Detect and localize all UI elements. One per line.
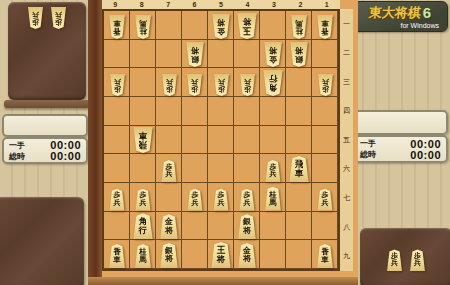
shogi-piece-銀将[interactable]: 銀将 <box>289 42 309 67</box>
square-9-8[interactable] <box>104 212 130 241</box>
left-move-label: 一手 <box>9 140 25 151</box>
piece-at-2-1: 桂馬 <box>286 11 312 40</box>
file-label-1: 1 <box>314 0 340 9</box>
left-clock: 一手 00:00 総時 00:00 <box>2 137 88 164</box>
square-5-8[interactable] <box>208 212 234 241</box>
piece-at-4-1: 玉将 <box>234 11 260 40</box>
square-2-3[interactable] <box>286 68 312 97</box>
shogi-piece-香車[interactable]: 香車 <box>108 15 126 39</box>
left-total-time: 00:00 <box>50 150 81 162</box>
file-label-2: 2 <box>287 0 313 9</box>
square-9-5[interactable] <box>104 126 130 155</box>
square-7-7[interactable] <box>156 183 182 212</box>
square-6-4[interactable] <box>182 97 208 126</box>
shogi-piece-金将[interactable]: 金将 <box>211 14 231 39</box>
piece-at-3-3: 角行 <box>260 68 286 97</box>
left-total-label: 総時 <box>9 151 25 162</box>
square-5-4[interactable] <box>208 97 234 126</box>
file-label-3: 3 <box>261 0 287 9</box>
square-6-1[interactable] <box>182 11 208 40</box>
square-1-4[interactable] <box>312 97 338 126</box>
app-logo-version: 6 <box>423 4 431 21</box>
square-2-5[interactable] <box>286 126 312 155</box>
square-5-6[interactable] <box>208 154 234 183</box>
shogi-piece-歩兵[interactable]: 歩兵 <box>161 160 178 182</box>
board-grid: 香車桂馬金将玉将桂馬香車銀将金将銀将歩兵歩兵歩兵歩兵歩兵角行歩兵飛車歩兵歩兵飛車… <box>102 9 340 271</box>
shogi-piece-歩兵[interactable]: 歩兵 <box>27 7 44 29</box>
square-9-6[interactable] <box>104 154 130 183</box>
shogi-piece-歩兵[interactable]: 歩兵 <box>109 189 126 211</box>
piece-at-5-1: 金将 <box>208 11 234 40</box>
rank-label-1: 一 <box>340 9 353 38</box>
right-total-time: 00:00 <box>410 149 441 161</box>
sente-komadai: 歩兵歩兵 <box>360 228 450 285</box>
rank-label-4: 四 <box>340 96 353 125</box>
right-clock: 一手 00:00 総時 00:00 <box>353 135 448 163</box>
square-4-2[interactable] <box>234 40 260 69</box>
shogi-piece-金将[interactable]: 金将 <box>159 214 179 239</box>
shogi-piece-金将[interactable]: 金将 <box>237 243 257 268</box>
rank-label-5: 五 <box>340 125 353 154</box>
file-label-9: 9 <box>102 0 128 9</box>
piece-at-4-7: 歩兵 <box>234 183 260 212</box>
piece-at-5-9: 王将 <box>208 240 234 269</box>
piece-at-5-7: 歩兵 <box>208 183 234 212</box>
shogi-piece-香車[interactable]: 香車 <box>108 244 126 268</box>
piece-at-6-7: 歩兵 <box>182 183 208 212</box>
square-1-5[interactable] <box>312 126 338 155</box>
piece-at-3-7: 桂馬 <box>260 183 286 212</box>
piece-at-7-6: 歩兵 <box>156 154 182 183</box>
square-6-9[interactable] <box>182 240 208 269</box>
rank-label-8: 八 <box>340 213 353 242</box>
right-total-label: 総時 <box>360 149 376 160</box>
shogi-piece-歩兵[interactable]: 歩兵 <box>186 189 203 211</box>
file-label-8: 8 <box>128 0 154 9</box>
shogi-piece-香車[interactable]: 香車 <box>316 244 334 268</box>
shogi-piece-桂馬[interactable]: 桂馬 <box>264 187 282 211</box>
piece-at-8-7: 歩兵 <box>130 183 156 212</box>
square-1-8[interactable] <box>312 212 338 241</box>
shogi-piece-香車[interactable]: 香車 <box>316 15 334 39</box>
gote-hand-piece: 歩兵 <box>50 7 67 30</box>
board-bottom-frame <box>88 277 358 285</box>
shogi-piece-王将[interactable]: 王将 <box>210 242 232 268</box>
rank-label-2: 二 <box>340 38 353 67</box>
square-7-2[interactable] <box>156 40 182 69</box>
shogi-piece-歩兵[interactable]: 歩兵 <box>264 160 281 182</box>
shogi-piece-歩兵[interactable]: 歩兵 <box>186 74 203 96</box>
square-1-6[interactable] <box>312 154 338 183</box>
shogi-piece-歩兵[interactable]: 歩兵 <box>317 189 334 211</box>
shogi-piece-桂馬[interactable]: 桂馬 <box>134 15 152 39</box>
shogi-piece-角行[interactable]: 角行 <box>262 70 284 96</box>
square-4-5[interactable] <box>234 126 260 155</box>
file-label-7: 7 <box>155 0 181 9</box>
square-5-2[interactable] <box>208 40 234 69</box>
shogi-piece-飛車[interactable]: 飛車 <box>288 156 310 182</box>
square-1-2[interactable] <box>312 40 338 69</box>
shogi-piece-歩兵[interactable]: 歩兵 <box>239 74 256 96</box>
square-4-6[interactable] <box>234 154 260 183</box>
square-7-5[interactable] <box>156 126 182 155</box>
square-8-3[interactable] <box>130 68 156 97</box>
left-name-plate <box>2 114 88 137</box>
right-move-label: 一手 <box>360 138 376 149</box>
board-left-frame <box>88 0 102 285</box>
piece-at-9-7: 歩兵 <box>104 183 130 212</box>
square-5-5[interactable] <box>208 126 234 155</box>
piece-at-2-2: 銀将 <box>286 40 312 69</box>
shogi-piece-金将[interactable]: 金将 <box>263 42 283 67</box>
shogi-board: 987654321 一二三四五六七八九 香車桂馬金将玉将桂馬香車銀将金将銀将歩兵… <box>88 0 358 285</box>
rank-label-7: 七 <box>340 184 353 213</box>
shogi-piece-歩兵[interactable]: 歩兵 <box>213 74 230 96</box>
shogi-piece-銀将[interactable]: 銀将 <box>159 243 179 268</box>
square-2-7[interactable] <box>286 183 312 212</box>
square-2-9[interactable] <box>286 240 312 269</box>
shogi-piece-玉将[interactable]: 玉将 <box>236 13 258 39</box>
square-7-1[interactable] <box>156 11 182 40</box>
piece-at-1-9: 香車 <box>312 240 338 269</box>
shogi-piece-歩兵[interactable]: 歩兵 <box>386 249 403 271</box>
piece-at-3-2: 金将 <box>260 40 286 69</box>
piece-at-7-3: 歩兵 <box>156 68 182 97</box>
piece-at-8-5: 飛車 <box>130 126 156 155</box>
right-name-plate <box>353 110 448 135</box>
sente-hand-piece: 歩兵 <box>409 249 426 272</box>
piece-at-1-7: 歩兵 <box>312 183 338 212</box>
shogi-piece-角行[interactable]: 角行 <box>132 213 154 239</box>
shogi-piece-歩兵[interactable]: 歩兵 <box>213 189 230 211</box>
file-label-5: 5 <box>208 0 234 9</box>
piece-at-6-3: 歩兵 <box>182 68 208 97</box>
piece-at-4-9: 金将 <box>234 240 260 269</box>
square-6-5[interactable] <box>182 126 208 155</box>
piece-at-3-6: 歩兵 <box>260 154 286 183</box>
shogi-piece-歩兵[interactable]: 歩兵 <box>135 189 152 211</box>
shogi-piece-歩兵[interactable]: 歩兵 <box>317 74 334 96</box>
square-3-4[interactable] <box>260 97 286 126</box>
square-7-4[interactable] <box>156 97 182 126</box>
piece-at-9-3: 歩兵 <box>104 68 130 97</box>
piece-at-2-6: 飛車 <box>286 154 312 183</box>
shogi-piece-銀将[interactable]: 銀将 <box>237 214 257 239</box>
square-3-9[interactable] <box>260 240 286 269</box>
shogi-piece-歩兵[interactable]: 歩兵 <box>50 7 67 29</box>
shogi-piece-飛車[interactable]: 飛車 <box>132 127 154 153</box>
file-label-6: 6 <box>181 0 207 9</box>
rank-label-9: 九 <box>340 242 353 271</box>
file-coordinate-labels: 987654321 <box>102 0 340 9</box>
piece-at-1-1: 香車 <box>312 11 338 40</box>
piece-at-7-8: 金将 <box>156 212 182 241</box>
shogi-piece-桂馬[interactable]: 桂馬 <box>134 244 152 268</box>
empty-komadai <box>0 197 84 285</box>
app-logo: 東大将棋 6 for Windows <box>352 1 448 32</box>
shogi-piece-歩兵[interactable]: 歩兵 <box>109 74 126 96</box>
square-3-5[interactable] <box>260 126 286 155</box>
square-2-4[interactable] <box>286 97 312 126</box>
piece-at-4-3: 歩兵 <box>234 68 260 97</box>
gote-hand-piece: 歩兵 <box>27 7 44 30</box>
shogi-piece-桂馬[interactable]: 桂馬 <box>290 15 308 39</box>
square-6-6[interactable] <box>182 154 208 183</box>
app-logo-title: 東大将棋 <box>368 4 422 22</box>
shogi-piece-銀将[interactable]: 銀将 <box>185 42 205 67</box>
piece-at-9-1: 香車 <box>104 11 130 40</box>
square-2-8[interactable] <box>286 212 312 241</box>
piece-at-8-1: 桂馬 <box>130 11 156 40</box>
piece-at-5-3: 歩兵 <box>208 68 234 97</box>
piece-at-6-2: 銀将 <box>182 40 208 69</box>
file-label-4: 4 <box>234 0 260 9</box>
square-3-8[interactable] <box>260 212 286 241</box>
square-9-4[interactable] <box>104 97 130 126</box>
piece-at-1-3: 歩兵 <box>312 68 338 97</box>
rank-label-3: 三 <box>340 67 353 96</box>
piece-at-9-9: 香車 <box>104 240 130 269</box>
square-4-4[interactable] <box>234 97 260 126</box>
piece-at-7-9: 銀将 <box>156 240 182 269</box>
square-8-2[interactable] <box>130 40 156 69</box>
square-9-2[interactable] <box>104 40 130 69</box>
shogi-piece-歩兵[interactable]: 歩兵 <box>161 74 178 96</box>
sente-hand-piece: 歩兵 <box>386 249 403 272</box>
rank-coordinate-labels: 一二三四五六七八九 <box>340 9 353 271</box>
shogi-piece-歩兵[interactable]: 歩兵 <box>239 189 256 211</box>
piece-at-8-9: 桂馬 <box>130 240 156 269</box>
piece-at-4-8: 銀将 <box>234 212 260 241</box>
gote-komadai: 歩兵歩兵 <box>8 2 86 100</box>
gote-komadai-stand <box>4 100 90 108</box>
square-8-6[interactable] <box>130 154 156 183</box>
shogi-piece-歩兵[interactable]: 歩兵 <box>409 249 426 271</box>
square-6-8[interactable] <box>182 212 208 241</box>
square-8-4[interactable] <box>130 97 156 126</box>
piece-at-8-8: 角行 <box>130 212 156 241</box>
app-logo-subtitle: for Windows <box>400 22 439 30</box>
square-3-1[interactable] <box>260 11 286 40</box>
rank-label-6: 六 <box>340 155 353 184</box>
